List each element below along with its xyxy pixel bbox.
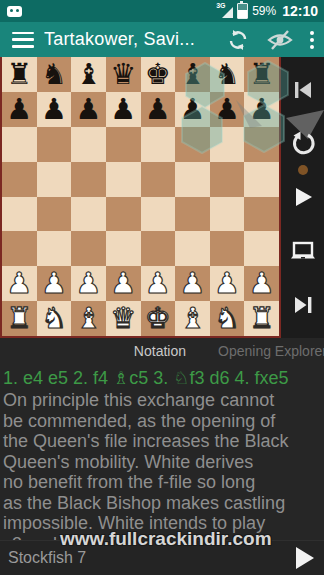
white-rook[interactable]: ♜: [6, 304, 32, 333]
square-f1[interactable]: ♝: [175, 301, 210, 336]
square-g8[interactable]: ♞: [210, 57, 245, 92]
black-pawn[interactable]: ♟: [76, 95, 102, 124]
black-bishop[interactable]: ♝: [76, 60, 102, 89]
square-g1[interactable]: ♞: [210, 301, 245, 336]
square-g3[interactable]: [210, 231, 245, 266]
white-pawn[interactable]: ♟: [249, 269, 275, 298]
annotation-line: be commended, as the opening of: [3, 411, 321, 432]
black-pawn[interactable]: ♟: [6, 95, 32, 124]
square-g6[interactable]: [210, 127, 245, 162]
square-h6[interactable]: [244, 127, 279, 162]
square-h7[interactable]: ♟: [244, 92, 279, 127]
black-queen[interactable]: ♛: [110, 60, 136, 89]
square-a1[interactable]: ♜: [2, 301, 37, 336]
square-f3[interactable]: [175, 231, 210, 266]
square-b8[interactable]: ♞: [37, 57, 72, 92]
engine-bar: Stockfish 7: [0, 540, 324, 575]
square-c3[interactable]: [71, 231, 106, 266]
annotation-line: impossible. White intends to play: [3, 513, 321, 534]
square-c4[interactable]: [71, 197, 106, 232]
tab-row: Notation Opening Explorer: [0, 338, 324, 364]
white-king[interactable]: ♚: [145, 304, 171, 333]
black-pawn[interactable]: ♟: [41, 95, 67, 124]
square-d5[interactable]: [106, 162, 141, 197]
engine-computer-button[interactable]: [289, 237, 317, 265]
square-f7[interactable]: ♟: [175, 92, 210, 127]
square-c8[interactable]: ♝: [71, 57, 106, 92]
square-c5[interactable]: [71, 162, 106, 197]
black-rook[interactable]: ♜: [6, 60, 32, 89]
square-e3[interactable]: [141, 231, 176, 266]
square-b7[interactable]: ♟: [37, 92, 72, 127]
square-a2[interactable]: ♟: [2, 266, 37, 301]
battery-percent: 59%: [252, 4, 276, 18]
move-list[interactable]: 1. e4 e5 2. f4 ♗c5 3. ♘f3 d6 4. fxe5: [0, 364, 324, 390]
white-pawn[interactable]: ♟: [110, 269, 136, 298]
white-rook[interactable]: ♜: [249, 304, 275, 333]
annotation-line: no benefit from the f-file so long: [3, 472, 321, 493]
square-h2[interactable]: ♟: [244, 266, 279, 301]
square-e6[interactable]: [141, 127, 176, 162]
square-e8[interactable]: ♚: [141, 57, 176, 92]
square-d2[interactable]: ♟: [106, 266, 141, 301]
annotation-text: On principle this exchange cannotbe comm…: [0, 390, 324, 554]
black-pawn[interactable]: ♟: [110, 95, 136, 124]
black-pawn[interactable]: ♟: [145, 95, 171, 124]
rotate-undo-button[interactable]: [289, 130, 317, 158]
square-h8[interactable]: ♜: [244, 57, 279, 92]
black-king[interactable]: ♚: [145, 60, 171, 89]
white-knight[interactable]: ♞: [214, 304, 240, 333]
battery-icon: [237, 3, 248, 19]
square-a6[interactable]: [2, 127, 37, 162]
square-a3[interactable]: [2, 231, 37, 266]
tab-notation[interactable]: Notation: [0, 338, 210, 364]
square-e7[interactable]: ♟: [141, 92, 176, 127]
white-pawn[interactable]: ♟: [6, 269, 32, 298]
hamburger-menu-icon[interactable]: [12, 32, 34, 48]
annotation-line: as the Black Bishop makes castling: [3, 493, 321, 514]
square-e5[interactable]: [141, 162, 176, 197]
square-d4[interactable]: [106, 197, 141, 232]
square-d6[interactable]: [106, 127, 141, 162]
white-knight[interactable]: ♞: [41, 304, 67, 333]
robot-notification-icon: [7, 6, 22, 17]
square-h1[interactable]: ♜: [244, 301, 279, 336]
tab-opening-explorer[interactable]: Opening Explorer: [218, 338, 324, 364]
square-a8[interactable]: ♜: [2, 57, 37, 92]
chess-app-screen: 3G 59% 12:10 Tartakower, Savi...: [0, 0, 324, 575]
square-d3[interactable]: [106, 231, 141, 266]
white-pawn[interactable]: ♟: [179, 269, 205, 298]
square-f5[interactable]: [175, 162, 210, 197]
clock: 12:10: [282, 3, 318, 19]
square-b3[interactable]: [37, 231, 72, 266]
board-sidebar: [281, 57, 324, 338]
sync-icon[interactable]: [224, 26, 252, 54]
skip-to-start-button[interactable]: [289, 76, 317, 104]
square-g7[interactable]: ♟: [210, 92, 245, 127]
status-bar: 3G 59% 12:10: [0, 0, 324, 22]
square-h5[interactable]: [244, 162, 279, 197]
white-pawn[interactable]: ♟: [145, 269, 171, 298]
square-b5[interactable]: [37, 162, 72, 197]
black-knight[interactable]: ♞: [214, 60, 240, 89]
square-b1[interactable]: ♞: [37, 301, 72, 336]
app-bar: Tartakower, Savi...: [0, 22, 324, 57]
black-rook[interactable]: ♜: [249, 60, 275, 89]
square-e2[interactable]: ♟: [141, 266, 176, 301]
square-f6[interactable]: [175, 127, 210, 162]
skip-to-end-button[interactable]: [289, 291, 317, 319]
square-d7[interactable]: ♟: [106, 92, 141, 127]
black-pawn[interactable]: ♟: [179, 95, 205, 124]
square-g2[interactable]: ♟: [210, 266, 245, 301]
square-b6[interactable]: [37, 127, 72, 162]
square-e4[interactable]: [141, 197, 176, 232]
white-bishop[interactable]: ♝: [76, 304, 102, 333]
square-f4[interactable]: [175, 197, 210, 232]
annotation-line: Queen's mobility. White derives: [3, 452, 321, 473]
white-bishop[interactable]: ♝: [179, 304, 205, 333]
engine-play-icon[interactable]: [296, 547, 314, 569]
square-a4[interactable]: [2, 197, 37, 232]
square-h3[interactable]: [244, 231, 279, 266]
square-f8[interactable]: ♝: [175, 57, 210, 92]
engine-name: Stockfish 7: [0, 549, 86, 567]
square-e1[interactable]: ♚: [141, 301, 176, 336]
square-d8[interactable]: ♛: [106, 57, 141, 92]
overflow-menu-icon[interactable]: [308, 29, 316, 51]
square-c7[interactable]: ♟: [71, 92, 106, 127]
square-g4[interactable]: [210, 197, 245, 232]
square-d1[interactable]: ♛: [106, 301, 141, 336]
white-pawn[interactable]: ♟: [76, 269, 102, 298]
square-c2[interactable]: ♟: [71, 266, 106, 301]
game-title: Tartakower, Savi...: [44, 29, 224, 50]
annotation-line: On principle this exchange cannot: [3, 390, 321, 411]
white-pawn[interactable]: ♟: [41, 269, 67, 298]
hide-eye-icon[interactable]: [266, 26, 294, 54]
cell-signal-icon: 3G: [218, 5, 233, 18]
black-pawn[interactable]: ♟: [249, 95, 275, 124]
square-f2[interactable]: ♟: [175, 266, 210, 301]
black-bishop[interactable]: ♝: [179, 60, 205, 89]
square-g5[interactable]: [210, 162, 245, 197]
play-button[interactable]: [289, 183, 317, 211]
black-knight[interactable]: ♞: [41, 60, 67, 89]
annotation-line: the Queen's file increases the Black: [3, 431, 321, 452]
white-pawn[interactable]: ♟: [214, 269, 240, 298]
square-a5[interactable]: [2, 162, 37, 197]
square-h4[interactable]: [244, 197, 279, 232]
square-b4[interactable]: [37, 197, 72, 232]
square-a7[interactable]: ♟: [2, 92, 37, 127]
square-c6[interactable]: [71, 127, 106, 162]
black-pawn[interactable]: ♟: [214, 95, 240, 124]
square-c1[interactable]: ♝: [71, 301, 106, 336]
square-b2[interactable]: ♟: [37, 266, 72, 301]
white-queen[interactable]: ♛: [110, 304, 136, 333]
chess-board: ♜♞♝♛♚♝♞♜♟♟♟♟♟♟♟♟♟♟♟♟♟♟♟♟♜♞♝♛♚♝♞♜: [0, 57, 281, 338]
